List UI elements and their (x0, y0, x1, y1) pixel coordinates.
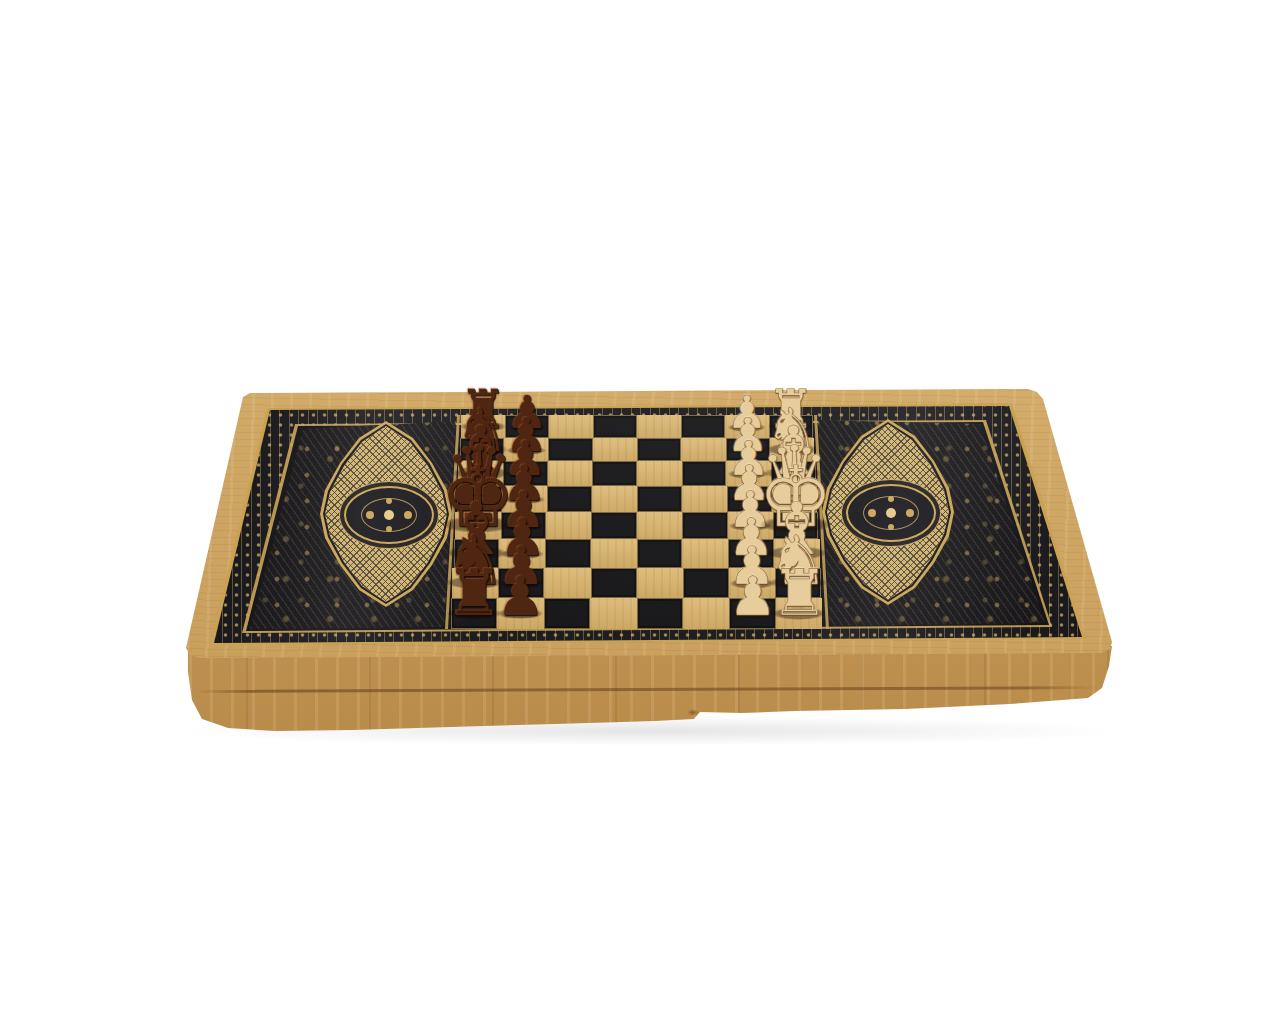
chess-board (0, 0, 1280, 1024)
square-h5[interactable] (590, 598, 636, 629)
square-d5[interactable] (592, 486, 637, 512)
square-e4[interactable] (637, 512, 682, 539)
white-rook-h1[interactable]: ♜ (744, 553, 854, 617)
square-b5[interactable] (593, 438, 637, 461)
square-e5[interactable] (591, 512, 636, 539)
square-a5[interactable] (593, 415, 637, 438)
medallion-right (846, 484, 936, 542)
square-h4[interactable] (637, 598, 683, 629)
square-g5[interactable] (591, 568, 637, 598)
piece-glyph: ♜ (770, 566, 827, 620)
square-f4[interactable] (637, 539, 683, 568)
square-a4[interactable] (637, 415, 681, 438)
black-pawn-h7[interactable]: ♟ (465, 563, 575, 617)
square-b4[interactable] (637, 438, 681, 461)
square-f5[interactable] (591, 539, 637, 568)
square-c4[interactable] (637, 461, 682, 486)
box-center-notch (687, 709, 699, 716)
square-g4[interactable] (637, 568, 683, 598)
piece-glyph: ♟ (496, 574, 544, 620)
scene: ♜♞♝♛♚♝♞♜♟♟♟♟♟♟♟♟♟♟♟♟♟♟♟♟♜♞♝♛♚♝♞♜ (0, 0, 1280, 1024)
square-c5[interactable] (592, 461, 637, 486)
square-d4[interactable] (637, 486, 682, 512)
